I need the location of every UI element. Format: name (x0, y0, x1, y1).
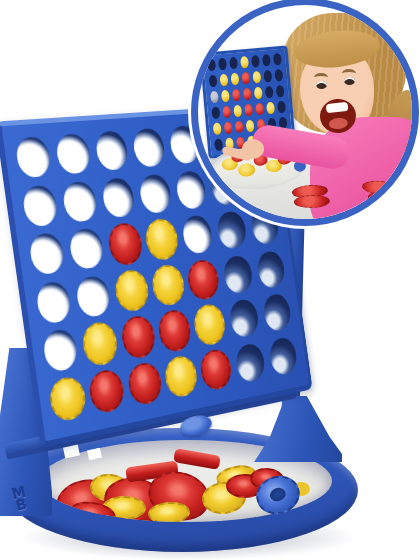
cell-r6c2 (87, 367, 127, 415)
cell-r4c5 (185, 258, 221, 302)
cell-r5c5 (192, 302, 228, 347)
loose-red-disc (173, 448, 221, 470)
cell-r4c1 (33, 278, 75, 326)
cell-r6c1 (47, 374, 88, 423)
hole (75, 274, 111, 318)
inset-cell-r2c6 (263, 69, 273, 84)
yellow-disc (192, 302, 227, 347)
inset-disc (222, 105, 231, 118)
inset-disc (234, 120, 243, 133)
inset-hole (208, 75, 217, 88)
cell-r2c2 (60, 179, 100, 224)
inset-cell-r2c1 (207, 74, 217, 89)
inset-cell-r3c2 (220, 89, 230, 104)
inset-disc (233, 104, 242, 117)
hole (222, 254, 254, 294)
inset-photo-circle (191, 0, 419, 226)
hole (101, 177, 136, 219)
inset-hole (218, 58, 227, 71)
cell-r5c2 (80, 320, 120, 368)
girl-tongue (328, 117, 348, 130)
inset-hole (277, 101, 286, 114)
hole (62, 180, 99, 222)
inset-tray-yellow-disc (238, 163, 256, 177)
cell-r1c4 (130, 127, 168, 170)
inset-disc (232, 89, 241, 102)
hole (21, 184, 59, 227)
inset-disc (221, 89, 230, 102)
yellow-disc (150, 263, 186, 308)
cell-r3c4 (143, 217, 181, 261)
cell-r5c7 (260, 291, 294, 334)
inset-disc (223, 121, 232, 134)
inset-cell-r5c4 (245, 119, 255, 134)
cell-r6c6 (233, 340, 268, 385)
hole (94, 131, 130, 172)
inset-cell-r3c1 (209, 90, 219, 105)
hole (228, 298, 260, 339)
red-disc (119, 314, 157, 360)
inset-cell-r2c2 (219, 73, 229, 88)
inset-disc (230, 73, 239, 86)
inset-disc (244, 103, 253, 116)
inset-cell-r3c7 (275, 84, 285, 99)
inset-disc (255, 103, 264, 116)
inset-disc (243, 88, 252, 101)
inset-disc (209, 90, 218, 103)
cell-r6c3 (125, 360, 164, 407)
cell-r3c3 (105, 221, 144, 266)
inset-cell-r3c3 (231, 88, 241, 103)
yellow-disc (47, 374, 87, 423)
red-disc (156, 308, 192, 353)
hole (216, 210, 248, 250)
inset-cell-r2c3 (230, 72, 240, 87)
inset-cell-r3c4 (242, 87, 252, 102)
hole (68, 227, 105, 270)
cell-r4c6 (220, 253, 255, 296)
red-disc (87, 367, 126, 415)
inset-cell-r4c2 (221, 105, 231, 120)
inset-disc (241, 72, 250, 85)
inset-cell-r4c6 (266, 101, 276, 116)
cell-r4c2 (73, 273, 113, 320)
inset-table-red-disc (368, 190, 404, 204)
red-disc (126, 360, 163, 407)
red-disc (199, 347, 234, 392)
inset-disc (246, 119, 255, 132)
inset-hole (207, 59, 216, 72)
inset-cell-r2c7 (274, 68, 284, 83)
cell-r5c4 (156, 308, 194, 354)
cell-r4c4 (149, 263, 187, 308)
cell-r2c3 (99, 175, 138, 219)
hole (268, 336, 299, 377)
inset-cell-r4c5 (255, 102, 265, 117)
blue-disc-hub (268, 486, 287, 503)
hole (28, 232, 66, 276)
red-disc (186, 258, 221, 302)
inset-cell-r3c5 (253, 86, 263, 101)
cell-r4c7 (254, 248, 288, 290)
hole (55, 133, 92, 175)
cell-r2c4 (136, 172, 174, 216)
inset-hole (229, 57, 238, 70)
cell-r5c1 (40, 326, 82, 375)
inset-cell-r1c6 (262, 53, 272, 68)
cell-r4c3 (112, 268, 151, 314)
hole (261, 293, 292, 333)
inset-cell-r1c1 (206, 58, 216, 73)
inset-hole (276, 85, 285, 98)
girl-eye (316, 81, 327, 89)
hole (234, 342, 266, 384)
hole (174, 170, 207, 210)
inset-hole (262, 54, 271, 67)
inset-cell-r1c5 (250, 54, 260, 69)
cell-r6c5 (198, 347, 234, 392)
cell-r1c2 (53, 132, 94, 176)
hole (14, 136, 52, 179)
inset-cell-r3c6 (264, 85, 274, 100)
right-support-foot (254, 396, 342, 462)
inset-cell-r4c3 (232, 104, 242, 119)
inset-cell-r2c4 (241, 71, 251, 86)
mb-logo-letter-b: B (13, 498, 29, 513)
inset-disc (212, 122, 221, 135)
cell-r6c4 (162, 353, 199, 399)
cell-r3c2 (66, 226, 106, 272)
girl-pink-sweater (310, 117, 419, 226)
cell-r5c3 (119, 314, 158, 361)
inset-cell-r2c5 (252, 70, 262, 85)
inset-hole (275, 69, 284, 82)
hole (181, 214, 214, 255)
inset-disc (266, 102, 275, 115)
hole (42, 328, 80, 373)
inset-disc (240, 56, 249, 69)
product-photo-connect-four: M B (0, 0, 420, 560)
inset-disc (254, 87, 263, 100)
cell-r2c5 (173, 169, 210, 212)
inset-hole (211, 106, 220, 119)
cell-r3c6 (214, 209, 249, 252)
yellow-disc (113, 268, 151, 314)
hole (255, 250, 286, 290)
girl-eye (344, 77, 355, 85)
cell-r5c6 (226, 297, 261, 341)
inset-cell-r1c7 (273, 52, 283, 67)
girl-teeth (326, 102, 349, 113)
inset-hole (265, 86, 274, 99)
inset-disc (252, 71, 261, 84)
cell-r3c1 (26, 230, 68, 277)
hole (35, 280, 73, 325)
hole (132, 128, 166, 168)
hole (138, 173, 172, 214)
inset-hole (264, 70, 273, 83)
inset-disc (219, 74, 228, 87)
yellow-disc (144, 217, 180, 261)
cell-r3c5 (179, 213, 216, 256)
inset-cell-r5c3 (234, 120, 244, 135)
cell-r6c7 (266, 334, 300, 378)
inset-cell-r4c1 (210, 106, 220, 121)
yellow-disc (81, 320, 120, 367)
inset-cell-r1c4 (239, 55, 249, 70)
red-disc (106, 222, 144, 267)
inset-cell-r4c4 (244, 103, 254, 118)
inset-cell-r4c7 (277, 100, 287, 115)
yellow-disc (163, 353, 199, 399)
inset-hole (251, 55, 260, 68)
inset-cell-r1c3 (228, 56, 238, 71)
inset-cell-r1c2 (217, 57, 227, 72)
inset-cell-r5c2 (223, 120, 233, 135)
cell-r1c1 (12, 135, 54, 180)
inset-hole (273, 53, 282, 66)
inset-cell-r5c1 (212, 121, 222, 136)
cell-r1c3 (92, 129, 131, 173)
cell-r2c1 (19, 183, 61, 229)
